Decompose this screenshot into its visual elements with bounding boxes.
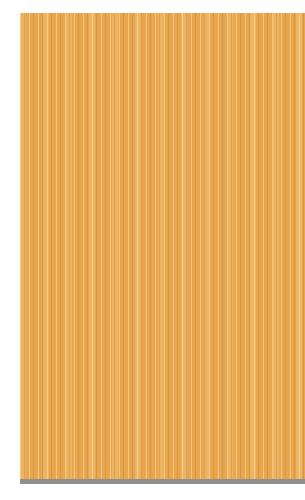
- go-diagram: [0, 0, 305, 500]
- board-overlay: [19, 21, 305, 477]
- board-shadow: [20, 479, 305, 484]
